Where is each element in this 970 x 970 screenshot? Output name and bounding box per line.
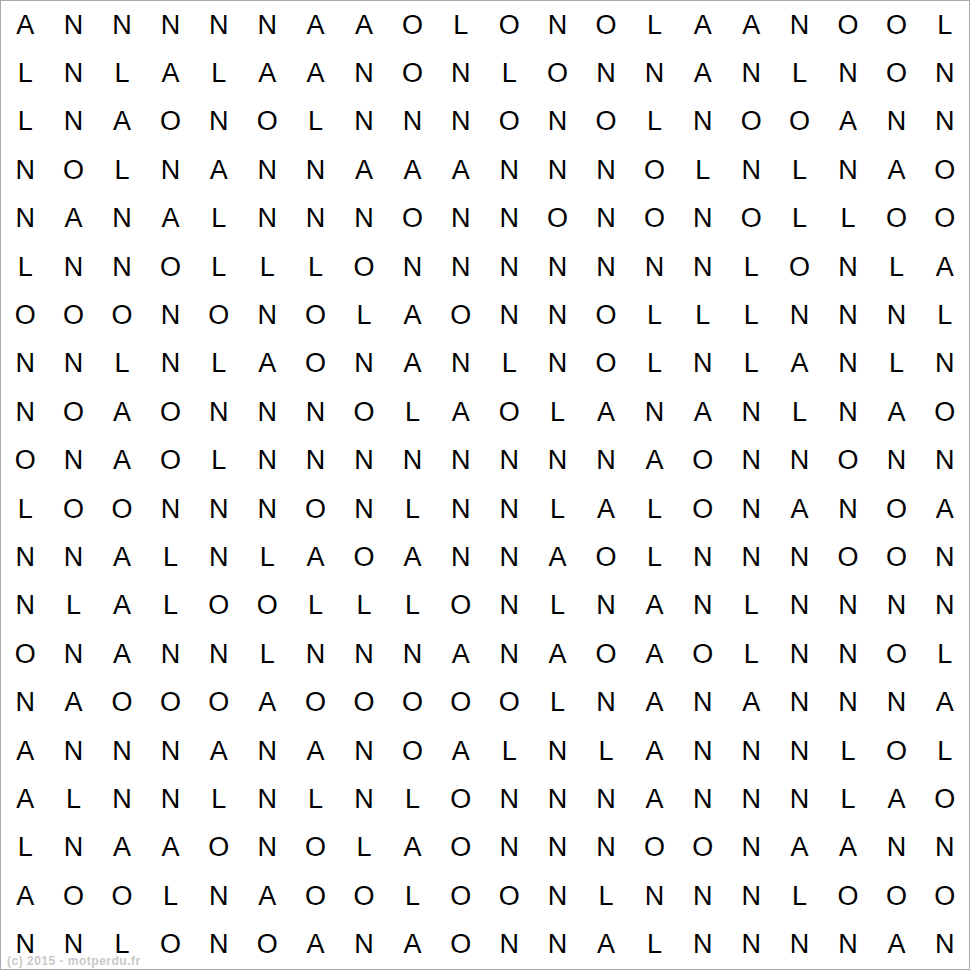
grid-cell-r12c1[interactable]: N — [1, 533, 49, 581]
grid-cell-r18c14[interactable]: O — [630, 824, 678, 872]
grid-cell-r8c5[interactable]: L — [195, 340, 243, 388]
grid-cell-r4c4[interactable]: N — [146, 146, 194, 194]
grid-cell-r13c18[interactable]: N — [824, 582, 872, 630]
grid-cell-r15c17[interactable]: N — [775, 679, 823, 727]
grid-cell-r8c9[interactable]: A — [388, 340, 436, 388]
grid-cell-r8c19[interactable]: L — [872, 340, 920, 388]
grid-cell-r1c14[interactable]: L — [630, 1, 678, 49]
grid-cell-r10c12[interactable]: N — [533, 437, 581, 485]
grid-cell-r17c5[interactable]: L — [195, 775, 243, 823]
grid-cell-r14c14[interactable]: A — [630, 630, 678, 678]
grid-cell-r19c9[interactable]: L — [388, 872, 436, 920]
grid-cell-r7c5[interactable]: O — [195, 291, 243, 339]
grid-cell-r5c15[interactable]: N — [679, 195, 727, 243]
grid-cell-r3c4[interactable]: O — [146, 98, 194, 146]
grid-cell-r18c1[interactable]: L — [1, 824, 49, 872]
grid-cell-r18c15[interactable]: O — [679, 824, 727, 872]
grid-cell-r12c10[interactable]: N — [437, 533, 485, 581]
grid-cell-r4c14[interactable]: O — [630, 146, 678, 194]
grid-cell-r14c6[interactable]: L — [243, 630, 291, 678]
grid-cell-r2c10[interactable]: N — [437, 49, 485, 97]
grid-cell-r12c16[interactable]: N — [727, 533, 775, 581]
grid-cell-r14c8[interactable]: N — [340, 630, 388, 678]
grid-cell-r2c8[interactable]: N — [340, 49, 388, 97]
grid-cell-r11c10[interactable]: N — [437, 485, 485, 533]
grid-cell-r17c12[interactable]: N — [533, 775, 581, 823]
grid-cell-r6c3[interactable]: N — [98, 243, 146, 291]
grid-cell-r19c19[interactable]: O — [872, 872, 920, 920]
grid-cell-r13c5[interactable]: O — [195, 582, 243, 630]
grid-cell-r11c6[interactable]: N — [243, 485, 291, 533]
grid-cell-r6c11[interactable]: N — [485, 243, 533, 291]
grid-cell-r16c19[interactable]: O — [872, 727, 920, 775]
grid-cell-r10c10[interactable]: N — [437, 437, 485, 485]
grid-cell-r6c19[interactable]: L — [872, 243, 920, 291]
grid-cell-r15c13[interactable]: N — [582, 679, 630, 727]
grid-cell-r11c14[interactable]: L — [630, 485, 678, 533]
grid-cell-r16c20[interactable]: L — [921, 727, 969, 775]
grid-cell-r6c13[interactable]: N — [582, 243, 630, 291]
grid-cell-r20c4[interactable]: O — [146, 921, 194, 969]
grid-cell-r3c9[interactable]: N — [388, 98, 436, 146]
grid-cell-r11c11[interactable]: N — [485, 485, 533, 533]
grid-cell-r3c11[interactable]: O — [485, 98, 533, 146]
grid-cell-r9c13[interactable]: A — [582, 388, 630, 436]
grid-cell-r13c1[interactable]: N — [1, 582, 49, 630]
grid-cell-r13c2[interactable]: L — [49, 582, 97, 630]
grid-cell-r8c4[interactable]: N — [146, 340, 194, 388]
grid-cell-r13c20[interactable]: N — [921, 582, 969, 630]
grid-cell-r1c9[interactable]: O — [388, 1, 436, 49]
grid-cell-r18c5[interactable]: O — [195, 824, 243, 872]
grid-cell-r5c11[interactable]: N — [485, 195, 533, 243]
grid-cell-r19c15[interactable]: N — [679, 872, 727, 920]
grid-cell-r8c2[interactable]: N — [49, 340, 97, 388]
grid-cell-r2c18[interactable]: N — [824, 49, 872, 97]
grid-cell-r19c7[interactable]: O — [291, 872, 339, 920]
grid-cell-r2c16[interactable]: N — [727, 49, 775, 97]
grid-cell-r20c8[interactable]: N — [340, 921, 388, 969]
grid-cell-r4c9[interactable]: A — [388, 146, 436, 194]
grid-cell-r7c8[interactable]: L — [340, 291, 388, 339]
grid-cell-r5c4[interactable]: A — [146, 195, 194, 243]
grid-cell-r8c20[interactable]: N — [921, 340, 969, 388]
grid-cell-r1c6[interactable]: N — [243, 1, 291, 49]
grid-cell-r15c10[interactable]: O — [437, 679, 485, 727]
grid-cell-r17c14[interactable]: A — [630, 775, 678, 823]
grid-cell-r3c17[interactable]: O — [775, 98, 823, 146]
grid-cell-r5c12[interactable]: O — [533, 195, 581, 243]
grid-cell-r18c6[interactable]: N — [243, 824, 291, 872]
grid-cell-r15c11[interactable]: O — [485, 679, 533, 727]
grid-cell-r6c15[interactable]: N — [679, 243, 727, 291]
grid-cell-r2c9[interactable]: O — [388, 49, 436, 97]
grid-cell-r19c10[interactable]: O — [437, 872, 485, 920]
grid-cell-r3c2[interactable]: N — [49, 98, 97, 146]
grid-cell-r13c11[interactable]: N — [485, 582, 533, 630]
grid-cell-r9c12[interactable]: L — [533, 388, 581, 436]
grid-cell-r16c1[interactable]: A — [1, 727, 49, 775]
grid-cell-r7c16[interactable]: L — [727, 291, 775, 339]
grid-cell-r13c19[interactable]: N — [872, 582, 920, 630]
grid-cell-r3c20[interactable]: N — [921, 98, 969, 146]
grid-cell-r13c8[interactable]: L — [340, 582, 388, 630]
grid-cell-r12c8[interactable]: O — [340, 533, 388, 581]
grid-cell-r4c17[interactable]: L — [775, 146, 823, 194]
grid-cell-r3c6[interactable]: O — [243, 98, 291, 146]
grid-cell-r16c11[interactable]: L — [485, 727, 533, 775]
grid-cell-r2c6[interactable]: A — [243, 49, 291, 97]
grid-cell-r7c9[interactable]: A — [388, 291, 436, 339]
grid-cell-r12c12[interactable]: A — [533, 533, 581, 581]
grid-cell-r11c3[interactable]: O — [98, 485, 146, 533]
grid-cell-r5c17[interactable]: L — [775, 195, 823, 243]
grid-cell-r10c15[interactable]: O — [679, 437, 727, 485]
grid-cell-r2c12[interactable]: O — [533, 49, 581, 97]
grid-cell-r4c18[interactable]: N — [824, 146, 872, 194]
grid-cell-r10c6[interactable]: N — [243, 437, 291, 485]
grid-cell-r7c10[interactable]: O — [437, 291, 485, 339]
grid-cell-r14c12[interactable]: A — [533, 630, 581, 678]
grid-cell-r4c19[interactable]: A — [872, 146, 920, 194]
grid-cell-r6c2[interactable]: N — [49, 243, 97, 291]
grid-cell-r13c13[interactable]: N — [582, 582, 630, 630]
grid-cell-r10c16[interactable]: N — [727, 437, 775, 485]
grid-cell-r12c15[interactable]: N — [679, 533, 727, 581]
grid-cell-r11c13[interactable]: A — [582, 485, 630, 533]
grid-cell-r15c2[interactable]: A — [49, 679, 97, 727]
grid-cell-r18c19[interactable]: N — [872, 824, 920, 872]
grid-cell-r20c7[interactable]: A — [291, 921, 339, 969]
grid-cell-r7c20[interactable]: L — [921, 291, 969, 339]
grid-cell-r6c6[interactable]: L — [243, 243, 291, 291]
grid-cell-r2c3[interactable]: L — [98, 49, 146, 97]
grid-cell-r13c6[interactable]: O — [243, 582, 291, 630]
grid-cell-r3c3[interactable]: A — [98, 98, 146, 146]
grid-cell-r20c18[interactable]: N — [824, 921, 872, 969]
grid-cell-r19c4[interactable]: L — [146, 872, 194, 920]
grid-cell-r6c4[interactable]: O — [146, 243, 194, 291]
grid-cell-r19c11[interactable]: O — [485, 872, 533, 920]
grid-cell-r4c1[interactable]: N — [1, 146, 49, 194]
grid-cell-r13c15[interactable]: N — [679, 582, 727, 630]
grid-cell-r2c4[interactable]: A — [146, 49, 194, 97]
grid-cell-r8c16[interactable]: L — [727, 340, 775, 388]
grid-cell-r11c5[interactable]: N — [195, 485, 243, 533]
grid-cell-r15c1[interactable]: N — [1, 679, 49, 727]
grid-cell-r5c7[interactable]: N — [291, 195, 339, 243]
grid-cell-r9c7[interactable]: N — [291, 388, 339, 436]
grid-cell-r18c16[interactable]: N — [727, 824, 775, 872]
grid-cell-r1c2[interactable]: N — [49, 1, 97, 49]
grid-cell-r14c10[interactable]: A — [437, 630, 485, 678]
grid-cell-r17c7[interactable]: L — [291, 775, 339, 823]
grid-cell-r14c20[interactable]: L — [921, 630, 969, 678]
grid-cell-r17c2[interactable]: L — [49, 775, 97, 823]
grid-cell-r19c1[interactable]: A — [1, 872, 49, 920]
grid-cell-r10c18[interactable]: O — [824, 437, 872, 485]
grid-cell-r10c8[interactable]: N — [340, 437, 388, 485]
grid-cell-r14c3[interactable]: A — [98, 630, 146, 678]
grid-cell-r1c17[interactable]: N — [775, 1, 823, 49]
grid-cell-r12c6[interactable]: L — [243, 533, 291, 581]
grid-cell-r7c4[interactable]: N — [146, 291, 194, 339]
grid-cell-r12c18[interactable]: O — [824, 533, 872, 581]
grid-cell-r4c3[interactable]: L — [98, 146, 146, 194]
grid-cell-r18c11[interactable]: N — [485, 824, 533, 872]
grid-cell-r5c14[interactable]: O — [630, 195, 678, 243]
grid-cell-r10c7[interactable]: N — [291, 437, 339, 485]
grid-cell-r16c16[interactable]: N — [727, 727, 775, 775]
grid-cell-r5c10[interactable]: N — [437, 195, 485, 243]
grid-cell-r4c2[interactable]: O — [49, 146, 97, 194]
grid-cell-r18c7[interactable]: O — [291, 824, 339, 872]
grid-cell-r12c9[interactable]: A — [388, 533, 436, 581]
grid-cell-r2c1[interactable]: L — [1, 49, 49, 97]
grid-cell-r2c19[interactable]: O — [872, 49, 920, 97]
grid-cell-r19c3[interactable]: O — [98, 872, 146, 920]
grid-cell-r19c18[interactable]: O — [824, 872, 872, 920]
grid-cell-r20c10[interactable]: O — [437, 921, 485, 969]
grid-cell-r9c17[interactable]: L — [775, 388, 823, 436]
grid-cell-r6c1[interactable]: L — [1, 243, 49, 291]
grid-cell-r3c13[interactable]: O — [582, 98, 630, 146]
grid-cell-r10c14[interactable]: A — [630, 437, 678, 485]
grid-cell-r14c17[interactable]: N — [775, 630, 823, 678]
grid-cell-r12c11[interactable]: N — [485, 533, 533, 581]
grid-cell-r18c18[interactable]: A — [824, 824, 872, 872]
grid-cell-r13c7[interactable]: L — [291, 582, 339, 630]
grid-cell-r11c2[interactable]: O — [49, 485, 97, 533]
grid-cell-r7c11[interactable]: N — [485, 291, 533, 339]
grid-cell-r15c6[interactable]: A — [243, 679, 291, 727]
grid-cell-r6c18[interactable]: N — [824, 243, 872, 291]
grid-cell-r10c5[interactable]: L — [195, 437, 243, 485]
grid-cell-r3c8[interactable]: N — [340, 98, 388, 146]
grid-cell-r7c7[interactable]: O — [291, 291, 339, 339]
grid-cell-r16c18[interactable]: L — [824, 727, 872, 775]
grid-cell-r1c20[interactable]: L — [921, 1, 969, 49]
grid-cell-r2c13[interactable]: N — [582, 49, 630, 97]
grid-cell-r9c1[interactable]: N — [1, 388, 49, 436]
grid-cell-r18c8[interactable]: L — [340, 824, 388, 872]
grid-cell-r1c11[interactable]: O — [485, 1, 533, 49]
grid-cell-r17c9[interactable]: L — [388, 775, 436, 823]
grid-cell-r9c20[interactable]: O — [921, 388, 969, 436]
grid-cell-r11c9[interactable]: L — [388, 485, 436, 533]
grid-cell-r1c1[interactable]: A — [1, 1, 49, 49]
grid-cell-r9c8[interactable]: O — [340, 388, 388, 436]
grid-cell-r4c8[interactable]: A — [340, 146, 388, 194]
grid-cell-r2c7[interactable]: A — [291, 49, 339, 97]
grid-cell-r8c15[interactable]: N — [679, 340, 727, 388]
grid-cell-r7c18[interactable]: N — [824, 291, 872, 339]
grid-cell-r2c2[interactable]: N — [49, 49, 97, 97]
grid-cell-r6c17[interactable]: O — [775, 243, 823, 291]
grid-cell-r18c13[interactable]: N — [582, 824, 630, 872]
grid-cell-r19c20[interactable]: O — [921, 872, 969, 920]
grid-cell-r17c13[interactable]: N — [582, 775, 630, 823]
grid-cell-r17c1[interactable]: A — [1, 775, 49, 823]
grid-cell-r15c3[interactable]: O — [98, 679, 146, 727]
grid-cell-r3c19[interactable]: N — [872, 98, 920, 146]
grid-cell-r19c6[interactable]: A — [243, 872, 291, 920]
grid-cell-r15c15[interactable]: N — [679, 679, 727, 727]
grid-cell-r1c4[interactable]: N — [146, 1, 194, 49]
grid-cell-r4c10[interactable]: A — [437, 146, 485, 194]
grid-cell-r5c1[interactable]: N — [1, 195, 49, 243]
grid-cell-r14c4[interactable]: N — [146, 630, 194, 678]
grid-cell-r3c15[interactable]: N — [679, 98, 727, 146]
grid-cell-r9c4[interactable]: O — [146, 388, 194, 436]
grid-cell-r1c8[interactable]: A — [340, 1, 388, 49]
grid-cell-r2c5[interactable]: L — [195, 49, 243, 97]
grid-cell-r5c9[interactable]: O — [388, 195, 436, 243]
grid-cell-r10c19[interactable]: N — [872, 437, 920, 485]
grid-cell-r4c12[interactable]: N — [533, 146, 581, 194]
grid-cell-r11c4[interactable]: N — [146, 485, 194, 533]
grid-cell-r9c10[interactable]: A — [437, 388, 485, 436]
grid-cell-r7c6[interactable]: N — [243, 291, 291, 339]
grid-cell-r16c8[interactable]: N — [340, 727, 388, 775]
grid-cell-r4c5[interactable]: A — [195, 146, 243, 194]
grid-cell-r8c10[interactable]: N — [437, 340, 485, 388]
grid-cell-r16c13[interactable]: L — [582, 727, 630, 775]
grid-cell-r12c13[interactable]: O — [582, 533, 630, 581]
grid-cell-r12c5[interactable]: N — [195, 533, 243, 581]
grid-cell-r17c20[interactable]: O — [921, 775, 969, 823]
grid-cell-r8c17[interactable]: A — [775, 340, 823, 388]
grid-cell-r5c18[interactable]: L — [824, 195, 872, 243]
grid-cell-r5c20[interactable]: O — [921, 195, 969, 243]
grid-cell-r11c7[interactable]: O — [291, 485, 339, 533]
grid-cell-r13c9[interactable]: L — [388, 582, 436, 630]
grid-cell-r14c11[interactable]: N — [485, 630, 533, 678]
grid-cell-r7c12[interactable]: N — [533, 291, 581, 339]
grid-cell-r16c12[interactable]: N — [533, 727, 581, 775]
grid-cell-r17c10[interactable]: O — [437, 775, 485, 823]
grid-cell-r8c11[interactable]: L — [485, 340, 533, 388]
grid-cell-r5c2[interactable]: A — [49, 195, 97, 243]
grid-cell-r1c7[interactable]: A — [291, 1, 339, 49]
grid-cell-r18c12[interactable]: N — [533, 824, 581, 872]
grid-cell-r16c17[interactable]: N — [775, 727, 823, 775]
grid-cell-r20c5[interactable]: N — [195, 921, 243, 969]
grid-cell-r17c11[interactable]: N — [485, 775, 533, 823]
grid-cell-r1c18[interactable]: O — [824, 1, 872, 49]
grid-cell-r10c1[interactable]: O — [1, 437, 49, 485]
grid-cell-r10c9[interactable]: N — [388, 437, 436, 485]
grid-cell-r9c9[interactable]: L — [388, 388, 436, 436]
grid-cell-r12c4[interactable]: L — [146, 533, 194, 581]
grid-cell-r15c9[interactable]: O — [388, 679, 436, 727]
grid-cell-r14c13[interactable]: O — [582, 630, 630, 678]
grid-cell-r19c5[interactable]: N — [195, 872, 243, 920]
grid-cell-r20c11[interactable]: N — [485, 921, 533, 969]
grid-cell-r19c17[interactable]: L — [775, 872, 823, 920]
grid-cell-r7c2[interactable]: O — [49, 291, 97, 339]
grid-cell-r7c15[interactable]: L — [679, 291, 727, 339]
grid-cell-r15c19[interactable]: N — [872, 679, 920, 727]
grid-cell-r20c12[interactable]: N — [533, 921, 581, 969]
grid-cell-r6c20[interactable]: A — [921, 243, 969, 291]
grid-cell-r5c8[interactable]: N — [340, 195, 388, 243]
grid-cell-r14c18[interactable]: N — [824, 630, 872, 678]
grid-cell-r5c3[interactable]: N — [98, 195, 146, 243]
grid-cell-r3c10[interactable]: N — [437, 98, 485, 146]
grid-cell-r5c6[interactable]: N — [243, 195, 291, 243]
grid-cell-r12c17[interactable]: N — [775, 533, 823, 581]
grid-cell-r20c16[interactable]: N — [727, 921, 775, 969]
grid-cell-r6c14[interactable]: N — [630, 243, 678, 291]
grid-cell-r8c12[interactable]: N — [533, 340, 581, 388]
grid-cell-r19c16[interactable]: N — [727, 872, 775, 920]
grid-cell-r16c9[interactable]: O — [388, 727, 436, 775]
grid-cell-r4c6[interactable]: N — [243, 146, 291, 194]
grid-cell-r8c6[interactable]: A — [243, 340, 291, 388]
grid-cell-r6c9[interactable]: N — [388, 243, 436, 291]
grid-cell-r18c3[interactable]: A — [98, 824, 146, 872]
grid-cell-r7c13[interactable]: O — [582, 291, 630, 339]
grid-cell-r14c2[interactable]: N — [49, 630, 97, 678]
grid-cell-r11c16[interactable]: N — [727, 485, 775, 533]
grid-cell-r14c9[interactable]: N — [388, 630, 436, 678]
grid-cell-r19c12[interactable]: N — [533, 872, 581, 920]
grid-cell-r20c6[interactable]: O — [243, 921, 291, 969]
grid-cell-r19c14[interactable]: N — [630, 872, 678, 920]
grid-cell-r16c10[interactable]: A — [437, 727, 485, 775]
grid-cell-r7c17[interactable]: N — [775, 291, 823, 339]
grid-cell-r9c6[interactable]: N — [243, 388, 291, 436]
grid-cell-r18c2[interactable]: N — [49, 824, 97, 872]
grid-cell-r10c13[interactable]: N — [582, 437, 630, 485]
grid-cell-r12c20[interactable]: N — [921, 533, 969, 581]
grid-cell-r13c10[interactable]: O — [437, 582, 485, 630]
grid-cell-r2c20[interactable]: N — [921, 49, 969, 97]
grid-cell-r20c14[interactable]: L — [630, 921, 678, 969]
grid-cell-r17c19[interactable]: A — [872, 775, 920, 823]
grid-cell-r1c16[interactable]: A — [727, 1, 775, 49]
grid-cell-r20c9[interactable]: A — [388, 921, 436, 969]
grid-cell-r5c5[interactable]: L — [195, 195, 243, 243]
grid-cell-r15c14[interactable]: A — [630, 679, 678, 727]
grid-cell-r2c14[interactable]: N — [630, 49, 678, 97]
grid-cell-r15c12[interactable]: L — [533, 679, 581, 727]
grid-cell-r17c3[interactable]: N — [98, 775, 146, 823]
grid-cell-r17c15[interactable]: N — [679, 775, 727, 823]
grid-cell-r7c1[interactable]: O — [1, 291, 49, 339]
grid-cell-r13c17[interactable]: N — [775, 582, 823, 630]
grid-cell-r15c5[interactable]: O — [195, 679, 243, 727]
grid-cell-r11c20[interactable]: A — [921, 485, 969, 533]
grid-cell-r9c18[interactable]: N — [824, 388, 872, 436]
grid-cell-r3c7[interactable]: L — [291, 98, 339, 146]
grid-cell-r20c17[interactable]: N — [775, 921, 823, 969]
grid-cell-r18c4[interactable]: A — [146, 824, 194, 872]
grid-cell-r18c9[interactable]: A — [388, 824, 436, 872]
grid-cell-r6c8[interactable]: O — [340, 243, 388, 291]
grid-cell-r10c11[interactable]: N — [485, 437, 533, 485]
grid-cell-r4c11[interactable]: N — [485, 146, 533, 194]
grid-cell-r9c16[interactable]: N — [727, 388, 775, 436]
grid-cell-r14c5[interactable]: N — [195, 630, 243, 678]
grid-cell-r6c10[interactable]: N — [437, 243, 485, 291]
grid-cell-r2c17[interactable]: L — [775, 49, 823, 97]
grid-cell-r18c10[interactable]: O — [437, 824, 485, 872]
grid-cell-r1c3[interactable]: N — [98, 1, 146, 49]
grid-cell-r1c5[interactable]: N — [195, 1, 243, 49]
grid-cell-r1c10[interactable]: L — [437, 1, 485, 49]
